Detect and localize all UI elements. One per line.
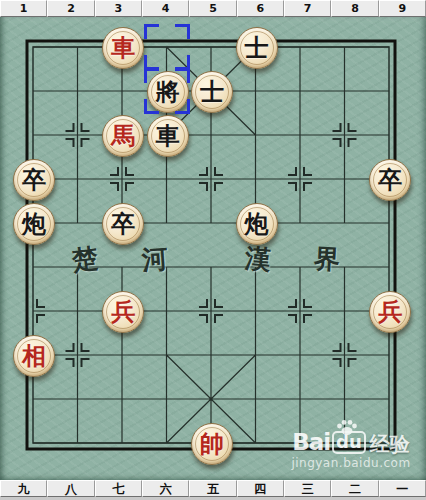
piece-red-general[interactable]: 帥 (191, 423, 233, 465)
top-coord-7: 7 (284, 0, 331, 17)
piece-black-cannon[interactable]: 炮 (13, 203, 55, 245)
river-text-char: 漢 (241, 241, 276, 279)
bottom-coord-8: 八 (47, 480, 94, 497)
piece-glyph: 兵 (103, 292, 143, 332)
piece-glyph: 相 (14, 336, 54, 376)
piece-glyph: 兵 (370, 292, 410, 332)
xiangqi-app-window: 1 2 3 4 5 6 7 8 9 楚 河 漢 界 Baidu经验 jingya… (0, 0, 426, 500)
top-coord-6: 6 (237, 0, 284, 17)
piece-black-chariot[interactable]: 車 (147, 115, 189, 157)
piece-glyph: 馬 (103, 116, 143, 156)
bottom-coord-2: 二 (331, 480, 378, 497)
piece-black-general[interactable]: 將 (147, 71, 189, 113)
bottom-coord-5: 五 (189, 480, 236, 497)
piece-glyph: 車 (103, 28, 143, 68)
piece-red-soldier[interactable]: 兵 (369, 291, 411, 333)
piece-glyph: 車 (148, 116, 188, 156)
piece-red-chariot[interactable]: 車 (102, 27, 144, 69)
piece-glyph: 將 (148, 72, 188, 112)
piece-black-cannon[interactable]: 炮 (236, 203, 278, 245)
piece-glyph: 炮 (237, 204, 277, 244)
river-text-char: 界 (310, 241, 344, 278)
piece-glyph: 士 (192, 72, 232, 112)
watermark-suffix-text: 经验 (370, 434, 410, 454)
piece-red-soldier[interactable]: 兵 (102, 291, 144, 333)
piece-black-soldier[interactable]: 卒 (13, 159, 55, 201)
piece-black-advisor[interactable]: 士 (236, 27, 278, 69)
piece-glyph: 士 (237, 28, 277, 68)
piece-glyph: 卒 (370, 160, 410, 200)
piece-glyph: 帥 (192, 424, 232, 464)
bottom-coord-9: 九 (0, 480, 47, 497)
top-coord-1: 1 (0, 0, 47, 17)
top-coord-8: 8 (331, 0, 378, 17)
bottom-coord-3: 三 (284, 480, 331, 497)
bottom-coordinate-bar: 九 八 七 六 五 四 三 二 一 (0, 480, 426, 497)
watermark-bai-text: Bai (292, 431, 330, 454)
piece-glyph: 卒 (103, 204, 143, 244)
paw-icon (334, 419, 360, 435)
top-coord-5: 5 (189, 0, 236, 17)
piece-glyph: 卒 (14, 160, 54, 200)
top-coord-9: 9 (379, 0, 426, 17)
river-text-char: 河 (138, 241, 172, 278)
piece-red-elephant[interactable]: 相 (13, 335, 55, 377)
bottom-coord-7: 七 (95, 480, 142, 497)
piece-black-soldier[interactable]: 卒 (369, 159, 411, 201)
piece-glyph: 炮 (14, 204, 54, 244)
piece-red-horse[interactable]: 馬 (102, 115, 144, 157)
top-coord-4: 4 (142, 0, 189, 17)
bottom-coord-4: 四 (237, 480, 284, 497)
top-coord-3: 3 (95, 0, 142, 17)
piece-black-advisor[interactable]: 士 (191, 71, 233, 113)
piece-black-soldier[interactable]: 卒 (102, 203, 144, 245)
top-coordinate-bar: 1 2 3 4 5 6 7 8 9 (0, 0, 426, 17)
board[interactable]: 楚 河 漢 界 Baidu经验 jingyan.baidu.com 車士將士馬車… (0, 17, 426, 480)
baidu-jingyan-watermark: Baidu经验 jingyan.baidu.com (280, 431, 422, 470)
bottom-coord-6: 六 (142, 480, 189, 497)
watermark-du-box: du (332, 431, 366, 454)
bottom-coord-1: 一 (379, 480, 426, 497)
watermark-brand: Baidu经验 (280, 431, 422, 454)
river-text-char: 楚 (67, 240, 103, 279)
top-coord-2: 2 (47, 0, 94, 17)
watermark-url-text: jingyan.baidu.com (280, 456, 422, 470)
